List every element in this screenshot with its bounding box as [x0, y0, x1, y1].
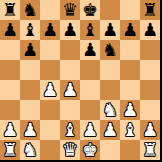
square-g2[interactable]: ♝	[120, 120, 140, 140]
black-pawn-piece[interactable]: ♟	[62, 20, 78, 40]
square-f8[interactable]	[100, 0, 120, 20]
square-d6[interactable]	[60, 40, 80, 60]
white-knight-piece[interactable]: ♞	[22, 140, 38, 160]
square-a3[interactable]	[0, 100, 20, 120]
square-d7[interactable]: ♟	[60, 20, 80, 40]
black-pawn-piece[interactable]: ♟	[122, 20, 138, 40]
black-pawn-piece[interactable]: ♟	[22, 40, 38, 60]
square-f7[interactable]: ♟	[100, 20, 120, 40]
square-d8[interactable]: ♛	[60, 0, 80, 20]
square-h1[interactable]: ♜	[140, 140, 160, 160]
black-queen-piece[interactable]: ♛	[62, 0, 78, 20]
square-e7[interactable]: ♝	[80, 20, 100, 40]
square-d1[interactable]: ♛	[60, 140, 80, 160]
white-pawn-piece[interactable]: ♟	[62, 80, 78, 100]
black-king-piece[interactable]: ♚	[82, 0, 98, 20]
square-c3[interactable]	[40, 100, 60, 120]
white-bishop-piece[interactable]: ♝	[122, 120, 138, 140]
square-b2[interactable]: ♟	[20, 120, 40, 140]
square-g8[interactable]	[120, 0, 140, 20]
square-f1[interactable]	[100, 140, 120, 160]
square-g1[interactable]	[120, 140, 140, 160]
black-bishop-piece[interactable]: ♝	[22, 20, 38, 40]
square-a6[interactable]	[0, 40, 20, 60]
white-rook-piece[interactable]: ♜	[2, 140, 18, 160]
square-e5[interactable]	[80, 60, 100, 80]
square-c2[interactable]	[40, 120, 60, 140]
square-e3[interactable]	[80, 100, 100, 120]
square-h2[interactable]: ♟	[140, 120, 160, 140]
square-g5[interactable]	[120, 60, 140, 80]
square-d5[interactable]	[60, 60, 80, 80]
square-c1[interactable]	[40, 140, 60, 160]
black-pawn-piece[interactable]: ♟	[142, 20, 158, 40]
square-e4[interactable]	[80, 80, 100, 100]
square-a2[interactable]: ♟	[0, 120, 20, 140]
black-pawn-piece[interactable]: ♟	[102, 20, 118, 40]
square-c6[interactable]	[40, 40, 60, 60]
black-pawn-piece[interactable]: ♟	[42, 20, 58, 40]
square-f6[interactable]: ♞	[100, 40, 120, 60]
square-g7[interactable]: ♟	[120, 20, 140, 40]
square-b3[interactable]	[20, 100, 40, 120]
square-h6[interactable]	[140, 40, 160, 60]
square-g3[interactable]: ♟	[120, 100, 140, 120]
square-d3[interactable]	[60, 100, 80, 120]
square-a5[interactable]	[0, 60, 20, 80]
square-f3[interactable]: ♞	[100, 100, 120, 120]
square-a7[interactable]: ♟	[0, 20, 20, 40]
square-h7[interactable]: ♟	[140, 20, 160, 40]
square-g6[interactable]	[120, 40, 140, 60]
square-f4[interactable]	[100, 80, 120, 100]
white-king-piece[interactable]: ♚	[82, 140, 98, 160]
square-c4[interactable]: ♟	[40, 80, 60, 100]
square-a4[interactable]	[0, 80, 20, 100]
black-pawn-piece[interactable]: ♟	[82, 40, 98, 60]
black-bishop-piece[interactable]: ♝	[82, 20, 98, 40]
square-h4[interactable]	[140, 80, 160, 100]
square-c8[interactable]	[40, 0, 60, 20]
square-b1[interactable]: ♞	[20, 140, 40, 160]
square-b4[interactable]	[20, 80, 40, 100]
chess-board: ♜♞♛♚♜♟♝♟♟♝♟♟♟♟♟♞♟♟♞♟♟♟♝♟♟♝♟♜♞♛♚♜	[0, 0, 162, 162]
white-pawn-piece[interactable]: ♟	[2, 120, 18, 140]
white-pawn-piece[interactable]: ♟	[142, 120, 158, 140]
square-g4[interactable]	[120, 80, 140, 100]
white-pawn-piece[interactable]: ♟	[42, 80, 58, 100]
white-pawn-piece[interactable]: ♟	[82, 120, 98, 140]
square-f5[interactable]	[100, 60, 120, 80]
white-pawn-piece[interactable]: ♟	[102, 120, 118, 140]
square-c5[interactable]	[40, 60, 60, 80]
white-queen-piece[interactable]: ♛	[62, 140, 78, 160]
white-rook-piece[interactable]: ♜	[142, 140, 158, 160]
black-knight-piece[interactable]: ♞	[102, 40, 118, 60]
white-knight-piece[interactable]: ♞	[102, 100, 118, 120]
square-e6[interactable]: ♟	[80, 40, 100, 60]
square-e8[interactable]: ♚	[80, 0, 100, 20]
square-a1[interactable]: ♜	[0, 140, 20, 160]
black-pawn-piece[interactable]: ♟	[2, 20, 18, 40]
square-b8[interactable]: ♞	[20, 0, 40, 20]
square-f2[interactable]: ♟	[100, 120, 120, 140]
square-b7[interactable]: ♝	[20, 20, 40, 40]
white-bishop-piece[interactable]: ♝	[62, 120, 78, 140]
square-d2[interactable]: ♝	[60, 120, 80, 140]
chess-board-container: ♜♞♛♚♜♟♝♟♟♝♟♟♟♟♟♞♟♟♞♟♟♟♝♟♟♝♟♜♞♛♚♜	[0, 0, 162, 162]
black-rook-piece[interactable]: ♜	[142, 0, 158, 20]
white-pawn-piece[interactable]: ♟	[22, 120, 38, 140]
black-knight-piece[interactable]: ♞	[22, 0, 38, 20]
square-d4[interactable]: ♟	[60, 80, 80, 100]
black-rook-piece[interactable]: ♜	[2, 0, 18, 20]
square-h3[interactable]	[140, 100, 160, 120]
square-c7[interactable]: ♟	[40, 20, 60, 40]
square-h5[interactable]	[140, 60, 160, 80]
square-e2[interactable]: ♟	[80, 120, 100, 140]
white-pawn-piece[interactable]: ♟	[122, 100, 138, 120]
square-b5[interactable]	[20, 60, 40, 80]
square-e1[interactable]: ♚	[80, 140, 100, 160]
square-a8[interactable]: ♜	[0, 0, 20, 20]
square-b6[interactable]: ♟	[20, 40, 40, 60]
square-h8[interactable]: ♜	[140, 0, 160, 20]
